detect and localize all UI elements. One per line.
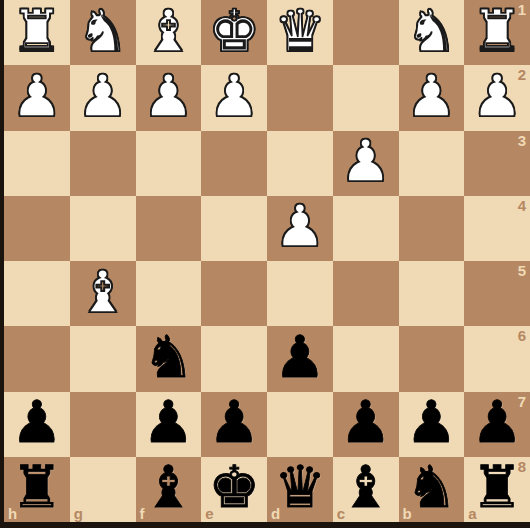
square-h8[interactable]: h♜ (4, 457, 70, 522)
square-g5[interactable]: ♝ (70, 261, 136, 326)
black-bishop-f8-piece[interactable]: ♝ (142, 458, 194, 516)
square-b3[interactable] (399, 131, 465, 196)
white-bishop-f1-piece[interactable]: ♝ (142, 2, 194, 60)
white-rook-a1-piece[interactable]: ♜ (471, 2, 523, 60)
square-a4[interactable]: 4 (464, 196, 530, 261)
square-h5[interactable] (4, 261, 70, 326)
square-g1[interactable]: ♞ (70, 0, 136, 65)
square-b6[interactable] (399, 326, 465, 391)
square-b8[interactable]: b♞ (399, 457, 465, 522)
square-a3[interactable]: 3 (464, 131, 530, 196)
rank-label-4: 4 (518, 197, 526, 214)
black-pawn-h7-piece[interactable]: ♟ (11, 393, 63, 451)
square-f6[interactable]: ♞ (136, 326, 202, 391)
black-pawn-d6-piece[interactable]: ♟ (274, 328, 326, 386)
white-queen-d1-piece[interactable]: ♛ (274, 2, 326, 60)
black-knight-b8-piece[interactable]: ♞ (405, 458, 457, 516)
white-king-e1-piece[interactable]: ♚ (208, 2, 260, 60)
square-h7[interactable]: ♟ (4, 392, 70, 457)
square-d5[interactable] (267, 261, 333, 326)
square-d6[interactable]: ♟ (267, 326, 333, 391)
black-bishop-c8-piece[interactable]: ♝ (340, 458, 392, 516)
chess-board: ♜♞♝♚♛♞1♜♟♟♟♟♟2♟♟3♟4♝5♞♟6♟♟♟♟♟7♟h♜gf♝e♚d♛… (4, 0, 530, 522)
square-h1[interactable]: ♜ (4, 0, 70, 65)
square-g2[interactable]: ♟ (70, 65, 136, 130)
square-e1[interactable]: ♚ (201, 0, 267, 65)
square-f1[interactable]: ♝ (136, 0, 202, 65)
square-b2[interactable]: ♟ (399, 65, 465, 130)
square-h3[interactable] (4, 131, 70, 196)
square-g8[interactable]: g (70, 457, 136, 522)
white-pawn-g2-piece[interactable]: ♟ (77, 67, 129, 125)
square-g3[interactable] (70, 131, 136, 196)
white-pawn-c3-piece[interactable]: ♟ (340, 132, 392, 190)
white-pawn-h2-piece[interactable]: ♟ (11, 67, 63, 125)
square-e4[interactable] (201, 196, 267, 261)
square-a2[interactable]: 2♟ (464, 65, 530, 130)
square-d8[interactable]: d♛ (267, 457, 333, 522)
square-e8[interactable]: e♚ (201, 457, 267, 522)
white-knight-g1-piece[interactable]: ♞ (77, 2, 129, 60)
rank-label-5: 5 (518, 262, 526, 279)
square-b5[interactable] (399, 261, 465, 326)
square-d3[interactable] (267, 131, 333, 196)
black-king-e8-piece[interactable]: ♚ (208, 458, 260, 516)
black-queen-d8-piece[interactable]: ♛ (274, 458, 326, 516)
square-f4[interactable] (136, 196, 202, 261)
white-pawn-e2-piece[interactable]: ♟ (208, 67, 260, 125)
square-f8[interactable]: f♝ (136, 457, 202, 522)
black-pawn-e7-piece[interactable]: ♟ (208, 393, 260, 451)
square-h2[interactable]: ♟ (4, 65, 70, 130)
rank-label-3: 3 (518, 132, 526, 149)
white-pawn-f2-piece[interactable]: ♟ (142, 67, 194, 125)
square-e2[interactable]: ♟ (201, 65, 267, 130)
square-h6[interactable] (4, 326, 70, 391)
black-pawn-a7-piece[interactable]: ♟ (471, 393, 523, 451)
square-d2[interactable] (267, 65, 333, 130)
square-f2[interactable]: ♟ (136, 65, 202, 130)
square-d1[interactable]: ♛ (267, 0, 333, 65)
black-pawn-c7-piece[interactable]: ♟ (340, 393, 392, 451)
black-rook-a8-piece[interactable]: ♜ (471, 458, 523, 516)
white-pawn-a2-piece[interactable]: ♟ (471, 67, 523, 125)
square-g7[interactable] (70, 392, 136, 457)
square-c8[interactable]: c♝ (333, 457, 399, 522)
white-bishop-g5-piece[interactable]: ♝ (77, 263, 129, 321)
square-g4[interactable] (70, 196, 136, 261)
square-f3[interactable] (136, 131, 202, 196)
rank-label-6: 6 (518, 327, 526, 344)
black-knight-f6-piece[interactable]: ♞ (142, 328, 194, 386)
chess-app-stage: ♜♞♝♚♛♞1♜♟♟♟♟♟2♟♟3♟4♝5♞♟6♟♟♟♟♟7♟h♜gf♝e♚d♛… (0, 0, 530, 528)
square-b4[interactable] (399, 196, 465, 261)
square-h4[interactable] (4, 196, 70, 261)
black-pawn-b7-piece[interactable]: ♟ (405, 393, 457, 451)
white-pawn-b2-piece[interactable]: ♟ (405, 67, 457, 125)
black-rook-h8-piece[interactable]: ♜ (11, 458, 63, 516)
square-e6[interactable] (201, 326, 267, 391)
square-a5[interactable]: 5 (464, 261, 530, 326)
file-label-g: g (74, 505, 83, 522)
white-pawn-d4-piece[interactable]: ♟ (274, 197, 326, 255)
white-rook-h1-piece[interactable]: ♜ (11, 2, 63, 60)
square-e5[interactable] (201, 261, 267, 326)
square-a8[interactable]: 8a♜ (464, 457, 530, 522)
square-c1[interactable] (333, 0, 399, 65)
square-d7[interactable] (267, 392, 333, 457)
square-c3[interactable]: ♟ (333, 131, 399, 196)
square-g6[interactable] (70, 326, 136, 391)
black-pawn-f7-piece[interactable]: ♟ (142, 393, 194, 451)
square-c7[interactable]: ♟ (333, 392, 399, 457)
square-c4[interactable] (333, 196, 399, 261)
square-a7[interactable]: 7♟ (464, 392, 530, 457)
square-b1[interactable]: ♞ (399, 0, 465, 65)
square-e3[interactable] (201, 131, 267, 196)
square-f7[interactable]: ♟ (136, 392, 202, 457)
square-c5[interactable] (333, 261, 399, 326)
square-e7[interactable]: ♟ (201, 392, 267, 457)
square-c2[interactable] (333, 65, 399, 130)
square-a1[interactable]: 1♜ (464, 0, 530, 65)
square-a6[interactable]: 6 (464, 326, 530, 391)
square-b7[interactable]: ♟ (399, 392, 465, 457)
square-f5[interactable] (136, 261, 202, 326)
white-knight-b1-piece[interactable]: ♞ (405, 2, 457, 60)
square-d4[interactable]: ♟ (267, 196, 333, 261)
square-c6[interactable] (333, 326, 399, 391)
